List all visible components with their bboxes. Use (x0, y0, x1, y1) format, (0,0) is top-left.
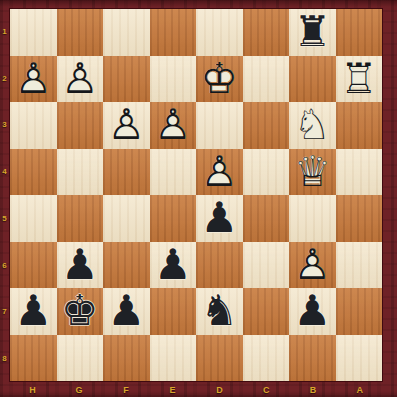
white-pawn-icon: ♟♙ (103, 102, 150, 149)
rank-label-6: 6 (0, 242, 9, 289)
white-piece-outline: ♙ (10, 56, 57, 103)
white-pawn-icon: ♟♙ (196, 149, 243, 196)
square-c6[interactable] (243, 242, 290, 289)
black-piece-glyph: ♟ (103, 288, 150, 335)
square-d4[interactable]: ♟♙ (196, 149, 243, 196)
square-b2[interactable] (289, 56, 336, 103)
file-label-b: B (290, 382, 337, 397)
black-piece-glyph: ♟ (10, 288, 57, 335)
board-frame: ♜♟♙♟♙♚♔♜♖♟♙♟♙♞♘♟♙♛♕♟♟♟♟♙♟♚♟♞♟ 12345678 H… (0, 0, 397, 397)
white-piece-outline: ♘ (289, 102, 336, 149)
square-a4[interactable] (336, 149, 383, 196)
white-king-icon: ♚♔ (196, 56, 243, 103)
square-c4[interactable] (243, 149, 290, 196)
file-label-g: G (56, 382, 103, 397)
white-piece-outline: ♖ (336, 56, 383, 103)
square-e1[interactable] (150, 9, 197, 56)
square-d2[interactable]: ♚♔ (196, 56, 243, 103)
black-pawn-icon: ♟ (289, 288, 336, 335)
black-king-icon: ♚ (57, 288, 104, 335)
white-knight-icon: ♞♘ (289, 102, 336, 149)
black-piece-glyph: ♚ (57, 288, 104, 335)
square-f8[interactable] (103, 335, 150, 382)
square-h8[interactable] (10, 335, 57, 382)
square-f1[interactable] (103, 9, 150, 56)
square-d7[interactable]: ♞ (196, 288, 243, 335)
square-c2[interactable] (243, 56, 290, 103)
square-h1[interactable] (10, 9, 57, 56)
white-piece-outline: ♙ (57, 56, 104, 103)
rank-label-7: 7 (0, 289, 9, 336)
square-c3[interactable] (243, 102, 290, 149)
square-f4[interactable] (103, 149, 150, 196)
square-g1[interactable] (57, 9, 104, 56)
chess-board: ♜♟♙♟♙♚♔♜♖♟♙♟♙♞♘♟♙♛♕♟♟♟♟♙♟♚♟♞♟ (9, 8, 383, 382)
black-piece-glyph: ♜ (289, 9, 336, 56)
black-piece-glyph: ♟ (150, 242, 197, 289)
black-pawn-icon: ♟ (57, 242, 104, 289)
square-d1[interactable] (196, 9, 243, 56)
white-pawn-icon: ♟♙ (57, 56, 104, 103)
square-f2[interactable] (103, 56, 150, 103)
square-d8[interactable] (196, 335, 243, 382)
square-c5[interactable] (243, 195, 290, 242)
square-a2[interactable]: ♜♖ (336, 56, 383, 103)
square-g4[interactable] (57, 149, 104, 196)
square-g7[interactable]: ♚ (57, 288, 104, 335)
black-piece-glyph: ♟ (57, 242, 104, 289)
file-label-a: A (336, 382, 383, 397)
rank-label-3: 3 (0, 102, 9, 149)
black-pawn-icon: ♟ (10, 288, 57, 335)
square-c1[interactable] (243, 9, 290, 56)
square-h3[interactable] (10, 102, 57, 149)
square-f6[interactable] (103, 242, 150, 289)
square-a3[interactable] (336, 102, 383, 149)
square-e4[interactable] (150, 149, 197, 196)
square-h6[interactable] (10, 242, 57, 289)
rank-label-1: 1 (0, 8, 9, 55)
black-pawn-icon: ♟ (196, 195, 243, 242)
square-g5[interactable] (57, 195, 104, 242)
square-h7[interactable]: ♟ (10, 288, 57, 335)
white-piece-outline: ♙ (103, 102, 150, 149)
square-b7[interactable]: ♟ (289, 288, 336, 335)
rank-label-8: 8 (0, 335, 9, 382)
square-c8[interactable] (243, 335, 290, 382)
file-label-d: D (196, 382, 243, 397)
black-knight-icon: ♞ (196, 288, 243, 335)
white-queen-icon: ♛♕ (289, 149, 336, 196)
file-label-h: H (9, 382, 56, 397)
square-g6[interactable]: ♟ (57, 242, 104, 289)
square-g8[interactable] (57, 335, 104, 382)
square-a6[interactable] (336, 242, 383, 289)
square-e5[interactable] (150, 195, 197, 242)
white-piece-outline: ♙ (289, 242, 336, 289)
square-b6[interactable]: ♟♙ (289, 242, 336, 289)
white-pawn-icon: ♟♙ (10, 56, 57, 103)
black-piece-glyph: ♞ (196, 288, 243, 335)
square-g2[interactable]: ♟♙ (57, 56, 104, 103)
square-b3[interactable]: ♞♘ (289, 102, 336, 149)
white-pawn-icon: ♟♙ (150, 102, 197, 149)
rank-label-2: 2 (0, 55, 9, 102)
square-b8[interactable] (289, 335, 336, 382)
file-label-c: C (243, 382, 290, 397)
square-d3[interactable] (196, 102, 243, 149)
square-b5[interactable] (289, 195, 336, 242)
black-pawn-icon: ♟ (150, 242, 197, 289)
rank-labels: 12345678 (0, 8, 9, 382)
square-f7[interactable]: ♟ (103, 288, 150, 335)
black-rook-icon: ♜ (289, 9, 336, 56)
square-e8[interactable] (150, 335, 197, 382)
square-b1[interactable]: ♜ (289, 9, 336, 56)
black-piece-glyph: ♟ (289, 288, 336, 335)
square-a1[interactable] (336, 9, 383, 56)
white-piece-outline: ♔ (196, 56, 243, 103)
square-e2[interactable] (150, 56, 197, 103)
white-pawn-icon: ♟♙ (289, 242, 336, 289)
square-a8[interactable] (336, 335, 383, 382)
square-h4[interactable] (10, 149, 57, 196)
white-rook-icon: ♜♖ (336, 56, 383, 103)
rank-label-4: 4 (0, 148, 9, 195)
file-labels: HGFEDCBA (9, 382, 383, 397)
white-piece-outline: ♙ (150, 102, 197, 149)
black-piece-glyph: ♟ (196, 195, 243, 242)
white-piece-outline: ♕ (289, 149, 336, 196)
square-d6[interactable] (196, 242, 243, 289)
white-piece-outline: ♙ (196, 149, 243, 196)
file-label-e: E (149, 382, 196, 397)
square-g3[interactable] (57, 102, 104, 149)
square-h2[interactable]: ♟♙ (10, 56, 57, 103)
square-b4[interactable]: ♛♕ (289, 149, 336, 196)
square-d5[interactable]: ♟ (196, 195, 243, 242)
square-e7[interactable] (150, 288, 197, 335)
square-h5[interactable] (10, 195, 57, 242)
black-pawn-icon: ♟ (103, 288, 150, 335)
square-a5[interactable] (336, 195, 383, 242)
square-f3[interactable]: ♟♙ (103, 102, 150, 149)
square-e3[interactable]: ♟♙ (150, 102, 197, 149)
square-c7[interactable] (243, 288, 290, 335)
square-f5[interactable] (103, 195, 150, 242)
file-label-f: F (103, 382, 150, 397)
square-e6[interactable]: ♟ (150, 242, 197, 289)
square-a7[interactable] (336, 288, 383, 335)
rank-label-5: 5 (0, 195, 9, 242)
